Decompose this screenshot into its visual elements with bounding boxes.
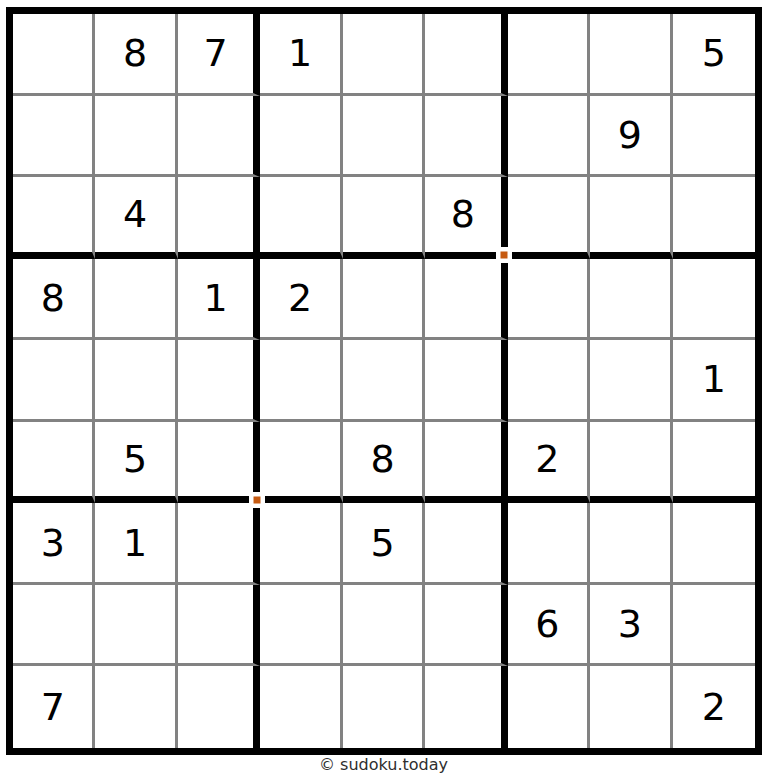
copyright-caption: © sudoku.today xyxy=(0,755,767,774)
cell-r8c3[interactable] xyxy=(178,585,260,667)
cell-r8c8[interactable]: 3 xyxy=(590,585,672,667)
cell-r8c2[interactable] xyxy=(95,585,177,667)
cell-r4c6[interactable] xyxy=(425,259,507,341)
cell-r1c4[interactable]: 1 xyxy=(260,14,342,96)
cell-r4c2[interactable] xyxy=(95,259,177,341)
cell-r2c5[interactable] xyxy=(343,96,425,178)
cell-r8c6[interactable] xyxy=(425,585,507,667)
cell-r9c2[interactable] xyxy=(95,666,177,748)
cell-r3c7[interactable] xyxy=(508,177,590,259)
cell-r9c1[interactable]: 7 xyxy=(13,666,95,748)
cell-r8c9[interactable] xyxy=(673,585,755,667)
cell-r9c5[interactable] xyxy=(343,666,425,748)
cell-r3c3[interactable] xyxy=(178,177,260,259)
cell-r5c4[interactable] xyxy=(260,340,342,422)
cell-r2c6[interactable] xyxy=(425,96,507,178)
sudoku-board: 871594881215823156372 xyxy=(6,7,762,755)
cell-r2c4[interactable] xyxy=(260,96,342,178)
cell-r9c4[interactable] xyxy=(260,666,342,748)
cell-r5c7[interactable] xyxy=(508,340,590,422)
cell-r4c3[interactable]: 1 xyxy=(178,259,260,341)
cell-r3c8[interactable] xyxy=(590,177,672,259)
cell-r5c2[interactable] xyxy=(95,340,177,422)
cell-r8c7[interactable]: 6 xyxy=(508,585,590,667)
cell-r1c9[interactable]: 5 xyxy=(673,14,755,96)
cell-r6c5[interactable]: 8 xyxy=(343,422,425,504)
cell-r4c9[interactable] xyxy=(673,259,755,341)
cell-r7c5[interactable]: 5 xyxy=(343,503,425,585)
cell-r4c5[interactable] xyxy=(343,259,425,341)
cell-r8c1[interactable] xyxy=(13,585,95,667)
cell-r9c3[interactable] xyxy=(178,666,260,748)
cell-r7c6[interactable] xyxy=(425,503,507,585)
cell-r4c8[interactable] xyxy=(590,259,672,341)
cell-r1c5[interactable] xyxy=(343,14,425,96)
cell-r4c7[interactable] xyxy=(508,259,590,341)
cell-r5c3[interactable] xyxy=(178,340,260,422)
cell-r2c2[interactable] xyxy=(95,96,177,178)
cell-r5c5[interactable] xyxy=(343,340,425,422)
cell-r7c4[interactable] xyxy=(260,503,342,585)
corner-dot-square xyxy=(253,496,260,503)
cell-r9c7[interactable] xyxy=(508,666,590,748)
cell-r4c4[interactable]: 2 xyxy=(260,259,342,341)
cell-r9c6[interactable] xyxy=(425,666,507,748)
cell-r2c8[interactable]: 9 xyxy=(590,96,672,178)
cell-r3c2[interactable]: 4 xyxy=(95,177,177,259)
cell-r7c9[interactable] xyxy=(673,503,755,585)
cell-r7c7[interactable] xyxy=(508,503,590,585)
cell-r8c4[interactable] xyxy=(260,585,342,667)
cell-r6c4[interactable] xyxy=(260,422,342,504)
cell-r2c1[interactable] xyxy=(13,96,95,178)
cell-r7c3[interactable] xyxy=(178,503,260,585)
cell-r3c4[interactable] xyxy=(260,177,342,259)
cell-r2c7[interactable] xyxy=(508,96,590,178)
cell-r1c2[interactable]: 8 xyxy=(95,14,177,96)
cell-r6c8[interactable] xyxy=(590,422,672,504)
cell-r6c6[interactable] xyxy=(425,422,507,504)
cell-r3c9[interactable] xyxy=(673,177,755,259)
cell-r2c9[interactable] xyxy=(673,96,755,178)
cell-r8c5[interactable] xyxy=(343,585,425,667)
cell-r5c8[interactable] xyxy=(590,340,672,422)
cell-r3c5[interactable] xyxy=(343,177,425,259)
cell-r9c9[interactable]: 2 xyxy=(673,666,755,748)
cell-r1c1[interactable] xyxy=(13,14,95,96)
cell-r5c1[interactable] xyxy=(13,340,95,422)
corner-dot-square xyxy=(501,252,508,259)
cell-r7c2[interactable]: 1 xyxy=(95,503,177,585)
cell-r7c8[interactable] xyxy=(590,503,672,585)
cell-r6c9[interactable] xyxy=(673,422,755,504)
cell-r1c7[interactable] xyxy=(508,14,590,96)
cell-r5c9[interactable]: 1 xyxy=(673,340,755,422)
cell-r2c3[interactable] xyxy=(178,96,260,178)
cell-r6c2[interactable]: 5 xyxy=(95,422,177,504)
cell-r1c3[interactable]: 7 xyxy=(178,14,260,96)
cell-r7c1[interactable]: 3 xyxy=(13,503,95,585)
cell-r9c8[interactable] xyxy=(590,666,672,748)
cell-r4c1[interactable]: 8 xyxy=(13,259,95,341)
cell-r3c1[interactable] xyxy=(13,177,95,259)
cell-r1c8[interactable] xyxy=(590,14,672,96)
cell-r6c7[interactable]: 2 xyxy=(508,422,590,504)
cell-r6c1[interactable] xyxy=(13,422,95,504)
cell-r5c6[interactable] xyxy=(425,340,507,422)
cell-r1c6[interactable] xyxy=(425,14,507,96)
